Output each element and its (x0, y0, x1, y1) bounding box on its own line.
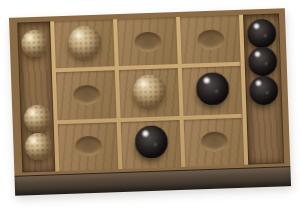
cell-r2c2[interactable] (119, 68, 180, 117)
photo-scene (0, 0, 300, 209)
recess (134, 31, 162, 52)
black-ball[interactable] (195, 72, 229, 106)
recess (197, 29, 225, 50)
board-grid (54, 15, 244, 171)
light-wood-ball[interactable] (24, 132, 52, 160)
black-ball[interactable] (247, 18, 277, 48)
right-tray (243, 13, 284, 164)
black-ball[interactable] (249, 75, 279, 105)
cell-r3c2[interactable] (121, 120, 182, 169)
game-box (9, 8, 291, 196)
left-tray (17, 21, 55, 172)
light-wood-ball[interactable] (67, 25, 101, 59)
cell-r3c3[interactable] (184, 117, 245, 166)
light-wood-ball[interactable] (23, 104, 51, 132)
cell-r2c1[interactable] (56, 71, 117, 120)
box-playing-surface (9, 8, 290, 176)
cell-r1c3[interactable] (180, 15, 241, 64)
light-wood-ball[interactable] (20, 29, 48, 57)
cell-r1c1[interactable] (54, 19, 115, 68)
cell-r1c2[interactable] (117, 17, 178, 66)
recess (72, 85, 100, 106)
cell-r2c3[interactable] (182, 66, 243, 115)
recess (74, 136, 102, 157)
recess (200, 132, 228, 153)
black-ball[interactable] (134, 125, 168, 159)
light-wood-ball[interactable] (132, 74, 166, 108)
black-ball[interactable] (248, 47, 278, 77)
cell-r3c1[interactable] (58, 122, 119, 171)
